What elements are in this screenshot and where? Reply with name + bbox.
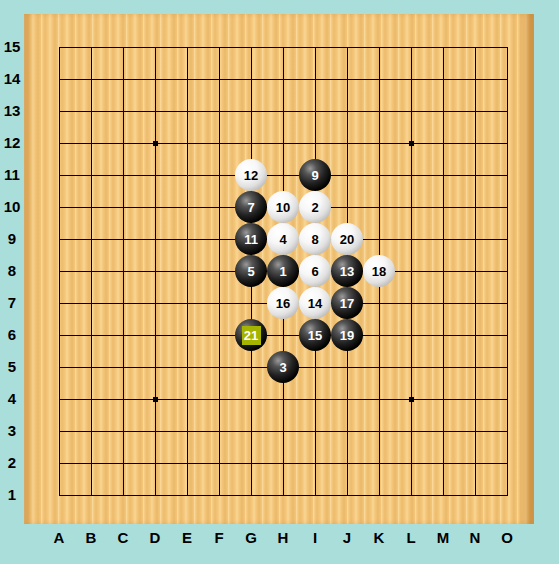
- intersection-A11[interactable]: [43, 159, 75, 191]
- intersection-L14[interactable]: [395, 63, 427, 95]
- intersection-N9[interactable]: [459, 223, 491, 255]
- intersection-A9[interactable]: [43, 223, 75, 255]
- page-background: 129710211482051613181614172115193 151413…: [0, 0, 559, 564]
- intersection-A5[interactable]: [43, 351, 75, 383]
- intersection-F13[interactable]: [203, 95, 235, 127]
- intersection-B1[interactable]: [75, 479, 107, 511]
- intersection-C5[interactable]: [107, 351, 139, 383]
- move-number: 7: [247, 200, 254, 215]
- intersection-F12[interactable]: [203, 127, 235, 159]
- intersection-E11[interactable]: [171, 159, 203, 191]
- intersection-K3[interactable]: [363, 415, 395, 447]
- column-label-O: O: [491, 528, 523, 548]
- intersection-I14[interactable]: [299, 63, 331, 95]
- intersection-H6[interactable]: [267, 319, 299, 351]
- intersection-I12[interactable]: [299, 127, 331, 159]
- intersection-A6[interactable]: [43, 319, 75, 351]
- intersection-K8[interactable]: 18: [363, 255, 395, 287]
- stone-black-move-21-last-move: 21: [235, 319, 267, 351]
- stone-black-move-15: 15: [299, 319, 331, 351]
- intersection-E9[interactable]: [171, 223, 203, 255]
- intersection-K15[interactable]: [363, 31, 395, 63]
- move-number: 1: [279, 264, 286, 279]
- intersection-F3[interactable]: [203, 415, 235, 447]
- intersection-O7[interactable]: [491, 287, 523, 319]
- intersection-K5[interactable]: [363, 351, 395, 383]
- intersection-J11[interactable]: [331, 159, 363, 191]
- intersection-G15[interactable]: [235, 31, 267, 63]
- intersection-I8[interactable]: 6: [299, 255, 331, 287]
- intersection-L3[interactable]: [395, 415, 427, 447]
- intersection-G7[interactable]: [235, 287, 267, 319]
- intersection-H11[interactable]: [267, 159, 299, 191]
- intersection-A1[interactable]: [43, 479, 75, 511]
- column-label-D: D: [139, 528, 171, 548]
- intersection-O2[interactable]: [491, 447, 523, 479]
- intersection-J14[interactable]: [331, 63, 363, 95]
- intersection-D11[interactable]: [139, 159, 171, 191]
- intersection-N13[interactable]: [459, 95, 491, 127]
- intersection-A15[interactable]: [43, 31, 75, 63]
- intersection-B6[interactable]: [75, 319, 107, 351]
- intersection-E15[interactable]: [171, 31, 203, 63]
- intersection-O8[interactable]: [491, 255, 523, 287]
- intersection-G12[interactable]: [235, 127, 267, 159]
- move-number: 2: [311, 200, 318, 215]
- intersection-M14[interactable]: [427, 63, 459, 95]
- intersection-D10[interactable]: [139, 191, 171, 223]
- star-point-L4: [409, 397, 414, 402]
- intersection-E6[interactable]: [171, 319, 203, 351]
- intersection-H9[interactable]: 4: [267, 223, 299, 255]
- intersection-M10[interactable]: [427, 191, 459, 223]
- intersection-A13[interactable]: [43, 95, 75, 127]
- intersection-N10[interactable]: [459, 191, 491, 223]
- intersection-C6[interactable]: [107, 319, 139, 351]
- intersection-O4[interactable]: [491, 383, 523, 415]
- intersection-K2[interactable]: [363, 447, 395, 479]
- intersection-B5[interactable]: [75, 351, 107, 383]
- intersection-L2[interactable]: [395, 447, 427, 479]
- intersection-G6[interactable]: 21: [235, 319, 267, 351]
- intersection-J3[interactable]: [331, 415, 363, 447]
- intersection-M7[interactable]: [427, 287, 459, 319]
- intersection-L5[interactable]: [395, 351, 427, 383]
- intersection-E3[interactable]: [171, 415, 203, 447]
- intersection-J12[interactable]: [331, 127, 363, 159]
- intersection-C8[interactable]: [107, 255, 139, 287]
- intersection-K6[interactable]: [363, 319, 395, 351]
- stone-black-move-19: 19: [331, 319, 363, 351]
- star-point-L12: [409, 141, 414, 146]
- intersection-H15[interactable]: [267, 31, 299, 63]
- move-number: 17: [340, 296, 354, 311]
- intersection-N8[interactable]: [459, 255, 491, 287]
- intersection-A4[interactable]: [43, 383, 75, 415]
- intersection-I5[interactable]: [299, 351, 331, 383]
- intersection-M5[interactable]: [427, 351, 459, 383]
- intersection-M9[interactable]: [427, 223, 459, 255]
- column-label-F: F: [203, 528, 235, 548]
- intersection-I11[interactable]: 9: [299, 159, 331, 191]
- intersection-K9[interactable]: [363, 223, 395, 255]
- intersection-J1[interactable]: [331, 479, 363, 511]
- stone-black-move-5: 5: [235, 255, 267, 287]
- intersection-M15[interactable]: [427, 31, 459, 63]
- row-label-10: 10: [0, 191, 24, 223]
- intersection-M1[interactable]: [427, 479, 459, 511]
- stone-white-move-12: 12: [235, 159, 267, 191]
- intersection-L8[interactable]: [395, 255, 427, 287]
- intersection-K11[interactable]: [363, 159, 395, 191]
- row-label-7: 7: [0, 287, 24, 319]
- intersection-D1[interactable]: [139, 479, 171, 511]
- intersection-A2[interactable]: [43, 447, 75, 479]
- intersection-F8[interactable]: [203, 255, 235, 287]
- move-number: 10: [276, 200, 290, 215]
- intersection-K10[interactable]: [363, 191, 395, 223]
- move-number: 14: [308, 296, 322, 311]
- intersection-L15[interactable]: [395, 31, 427, 63]
- intersection-J2[interactable]: [331, 447, 363, 479]
- intersection-M8[interactable]: [427, 255, 459, 287]
- intersection-E7[interactable]: [171, 287, 203, 319]
- intersection-G9[interactable]: 11: [235, 223, 267, 255]
- intersection-J9[interactable]: 20: [331, 223, 363, 255]
- intersection-L9[interactable]: [395, 223, 427, 255]
- intersection-F6[interactable]: [203, 319, 235, 351]
- intersection-A12[interactable]: [43, 127, 75, 159]
- intersection-D15[interactable]: [139, 31, 171, 63]
- intersection-I1[interactable]: [299, 479, 331, 511]
- intersection-B13[interactable]: [75, 95, 107, 127]
- intersection-H2[interactable]: [267, 447, 299, 479]
- intersection-C10[interactable]: [107, 191, 139, 223]
- intersection-D6[interactable]: [139, 319, 171, 351]
- intersection-G8[interactable]: 5: [235, 255, 267, 287]
- column-label-N: N: [459, 528, 491, 548]
- intersection-B15[interactable]: [75, 31, 107, 63]
- intersection-O3[interactable]: [491, 415, 523, 447]
- intersection-J10[interactable]: [331, 191, 363, 223]
- intersection-M2[interactable]: [427, 447, 459, 479]
- intersection-E1[interactable]: [171, 479, 203, 511]
- stone-black-move-13: 13: [331, 255, 363, 287]
- stone-white-move-20: 20: [331, 223, 363, 255]
- intersection-F2[interactable]: [203, 447, 235, 479]
- intersection-C4[interactable]: [107, 383, 139, 415]
- row-label-1: 1: [0, 479, 24, 511]
- stone-white-move-10: 10: [267, 191, 299, 223]
- row-label-11: 11: [0, 159, 24, 191]
- intersection-E8[interactable]: [171, 255, 203, 287]
- stone-white-move-2: 2: [299, 191, 331, 223]
- column-label-B: B: [75, 528, 107, 548]
- intersection-A8[interactable]: [43, 255, 75, 287]
- stone-black-move-1: 1: [267, 255, 299, 287]
- move-number: 8: [311, 232, 318, 247]
- intersection-L11[interactable]: [395, 159, 427, 191]
- intersection-G1[interactable]: [235, 479, 267, 511]
- intersection-O6[interactable]: [491, 319, 523, 351]
- go-board[interactable]: 129710211482051613181614172115193: [24, 14, 534, 524]
- intersection-N6[interactable]: [459, 319, 491, 351]
- row-label-12: 12: [0, 127, 24, 159]
- intersection-H7[interactable]: 16: [267, 287, 299, 319]
- intersection-I6[interactable]: 15: [299, 319, 331, 351]
- intersection-F10[interactable]: [203, 191, 235, 223]
- stone-black-move-3: 3: [267, 351, 299, 383]
- row-label-3: 3: [0, 415, 24, 447]
- move-number: 20: [340, 232, 354, 247]
- intersection-C13[interactable]: [107, 95, 139, 127]
- intersection-G10[interactable]: 7: [235, 191, 267, 223]
- intersection-J8[interactable]: 13: [331, 255, 363, 287]
- row-label-15: 15: [0, 31, 24, 63]
- intersection-B3[interactable]: [75, 415, 107, 447]
- intersection-I3[interactable]: [299, 415, 331, 447]
- intersection-M6[interactable]: [427, 319, 459, 351]
- intersection-H14[interactable]: [267, 63, 299, 95]
- move-number: 3: [279, 360, 286, 375]
- intersection-C3[interactable]: [107, 415, 139, 447]
- intersection-O9[interactable]: [491, 223, 523, 255]
- intersection-N3[interactable]: [459, 415, 491, 447]
- intersection-C9[interactable]: [107, 223, 139, 255]
- row-label-9: 9: [0, 223, 24, 255]
- move-number: 21: [242, 326, 261, 345]
- intersection-I10[interactable]: 2: [299, 191, 331, 223]
- stone-white-move-14: 14: [299, 287, 331, 319]
- intersection-F4[interactable]: [203, 383, 235, 415]
- stone-black-move-9: 9: [299, 159, 331, 191]
- row-label-8: 8: [0, 255, 24, 287]
- intersection-N7[interactable]: [459, 287, 491, 319]
- intersection-G3[interactable]: [235, 415, 267, 447]
- intersection-A3[interactable]: [43, 415, 75, 447]
- column-label-K: K: [363, 528, 395, 548]
- intersection-J15[interactable]: [331, 31, 363, 63]
- stone-black-move-7: 7: [235, 191, 267, 223]
- intersection-G14[interactable]: [235, 63, 267, 95]
- intersection-N11[interactable]: [459, 159, 491, 191]
- stone-white-move-18: 18: [363, 255, 395, 287]
- intersection-H1[interactable]: [267, 479, 299, 511]
- move-number: 9: [311, 168, 318, 183]
- intersection-L1[interactable]: [395, 479, 427, 511]
- star-point-D4: [153, 397, 158, 402]
- intersection-N12[interactable]: [459, 127, 491, 159]
- intersection-H8[interactable]: 1: [267, 255, 299, 287]
- move-number: 4: [279, 232, 286, 247]
- intersection-C15[interactable]: [107, 31, 139, 63]
- intersection-I7[interactable]: 14: [299, 287, 331, 319]
- intersection-H4[interactable]: [267, 383, 299, 415]
- intersection-M12[interactable]: [427, 127, 459, 159]
- intersection-B12[interactable]: [75, 127, 107, 159]
- intersection-G2[interactable]: [235, 447, 267, 479]
- intersection-H3[interactable]: [267, 415, 299, 447]
- intersection-D3[interactable]: [139, 415, 171, 447]
- intersection-F1[interactable]: [203, 479, 235, 511]
- column-label-J: J: [331, 528, 363, 548]
- intersection-F7[interactable]: [203, 287, 235, 319]
- intersection-F15[interactable]: [203, 31, 235, 63]
- intersection-L10[interactable]: [395, 191, 427, 223]
- intersection-M4[interactable]: [427, 383, 459, 415]
- intersection-D7[interactable]: [139, 287, 171, 319]
- intersection-J13[interactable]: [331, 95, 363, 127]
- intersection-J4[interactable]: [331, 383, 363, 415]
- row-label-13: 13: [0, 95, 24, 127]
- intersection-J7[interactable]: 17: [331, 287, 363, 319]
- column-label-I: I: [299, 528, 331, 548]
- intersection-L7[interactable]: [395, 287, 427, 319]
- intersection-N1[interactable]: [459, 479, 491, 511]
- intersection-N2[interactable]: [459, 447, 491, 479]
- column-label-C: C: [107, 528, 139, 548]
- column-label-G: G: [235, 528, 267, 548]
- move-number: 18: [372, 264, 386, 279]
- stone-black-move-17: 17: [331, 287, 363, 319]
- row-label-5: 5: [0, 351, 24, 383]
- intersection-C7[interactable]: [107, 287, 139, 319]
- intersection-E10[interactable]: [171, 191, 203, 223]
- column-label-E: E: [171, 528, 203, 548]
- intersection-J5[interactable]: [331, 351, 363, 383]
- intersection-I2[interactable]: [299, 447, 331, 479]
- intersection-B4[interactable]: [75, 383, 107, 415]
- move-number: 19: [340, 328, 354, 343]
- intersection-F5[interactable]: [203, 351, 235, 383]
- intersection-D13[interactable]: [139, 95, 171, 127]
- intersection-N15[interactable]: [459, 31, 491, 63]
- board-grid: 129710211482051613181614172115193: [43, 31, 523, 511]
- intersection-B9[interactable]: [75, 223, 107, 255]
- intersection-O10[interactable]: [491, 191, 523, 223]
- intersection-M13[interactable]: [427, 95, 459, 127]
- intersection-O13[interactable]: [491, 95, 523, 127]
- column-label-L: L: [395, 528, 427, 548]
- intersection-E13[interactable]: [171, 95, 203, 127]
- intersection-C11[interactable]: [107, 159, 139, 191]
- intersection-M11[interactable]: [427, 159, 459, 191]
- intersection-O1[interactable]: [491, 479, 523, 511]
- row-label-2: 2: [0, 447, 24, 479]
- intersection-C1[interactable]: [107, 479, 139, 511]
- intersection-A7[interactable]: [43, 287, 75, 319]
- intersection-I9[interactable]: 8: [299, 223, 331, 255]
- intersection-K12[interactable]: [363, 127, 395, 159]
- move-number: 15: [308, 328, 322, 343]
- intersection-H13[interactable]: [267, 95, 299, 127]
- star-point-D12: [153, 141, 158, 146]
- intersection-O15[interactable]: [491, 31, 523, 63]
- intersection-F14[interactable]: [203, 63, 235, 95]
- intersection-E4[interactable]: [171, 383, 203, 415]
- intersection-O11[interactable]: [491, 159, 523, 191]
- move-number: 6: [311, 264, 318, 279]
- intersection-D9[interactable]: [139, 223, 171, 255]
- intersection-F11[interactable]: [203, 159, 235, 191]
- intersection-E12[interactable]: [171, 127, 203, 159]
- intersection-D2[interactable]: [139, 447, 171, 479]
- intersection-K14[interactable]: [363, 63, 395, 95]
- move-number: 16: [276, 296, 290, 311]
- intersection-E2[interactable]: [171, 447, 203, 479]
- intersection-K1[interactable]: [363, 479, 395, 511]
- intersection-B8[interactable]: [75, 255, 107, 287]
- move-number: 5: [247, 264, 254, 279]
- intersection-K13[interactable]: [363, 95, 395, 127]
- intersection-L6[interactable]: [395, 319, 427, 351]
- intersection-I15[interactable]: [299, 31, 331, 63]
- intersection-C12[interactable]: [107, 127, 139, 159]
- intersection-H12[interactable]: [267, 127, 299, 159]
- stone-white-move-4: 4: [267, 223, 299, 255]
- intersection-J6[interactable]: 19: [331, 319, 363, 351]
- intersection-H5[interactable]: 3: [267, 351, 299, 383]
- intersection-E5[interactable]: [171, 351, 203, 383]
- intersection-K7[interactable]: [363, 287, 395, 319]
- intersection-O14[interactable]: [491, 63, 523, 95]
- intersection-D14[interactable]: [139, 63, 171, 95]
- move-number: 13: [340, 264, 354, 279]
- intersection-D8[interactable]: [139, 255, 171, 287]
- intersection-H10[interactable]: 10: [267, 191, 299, 223]
- intersection-A10[interactable]: [43, 191, 75, 223]
- intersection-O12[interactable]: [491, 127, 523, 159]
- intersection-M3[interactable]: [427, 415, 459, 447]
- column-label-M: M: [427, 528, 459, 548]
- stone-white-move-8: 8: [299, 223, 331, 255]
- stone-white-move-16: 16: [267, 287, 299, 319]
- intersection-C14[interactable]: [107, 63, 139, 95]
- intersection-N4[interactable]: [459, 383, 491, 415]
- intersection-B11[interactable]: [75, 159, 107, 191]
- intersection-D5[interactable]: [139, 351, 171, 383]
- intersection-B7[interactable]: [75, 287, 107, 319]
- intersection-A14[interactable]: [43, 63, 75, 95]
- intersection-B10[interactable]: [75, 191, 107, 223]
- intersection-G4[interactable]: [235, 383, 267, 415]
- intersection-I4[interactable]: [299, 383, 331, 415]
- column-label-H: H: [267, 528, 299, 548]
- intersection-G11[interactable]: 12: [235, 159, 267, 191]
- intersection-L13[interactable]: [395, 95, 427, 127]
- stone-black-move-11: 11: [235, 223, 267, 255]
- intersection-O5[interactable]: [491, 351, 523, 383]
- intersection-E14[interactable]: [171, 63, 203, 95]
- intersection-C2[interactable]: [107, 447, 139, 479]
- row-label-14: 14: [0, 63, 24, 95]
- intersection-F9[interactable]: [203, 223, 235, 255]
- intersection-B2[interactable]: [75, 447, 107, 479]
- row-label-4: 4: [0, 383, 24, 415]
- intersection-K4[interactable]: [363, 383, 395, 415]
- intersection-I13[interactable]: [299, 95, 331, 127]
- intersection-N14[interactable]: [459, 63, 491, 95]
- move-number: 11: [244, 232, 258, 247]
- intersection-B14[interactable]: [75, 63, 107, 95]
- intersection-G13[interactable]: [235, 95, 267, 127]
- row-label-6: 6: [0, 319, 24, 351]
- intersection-N5[interactable]: [459, 351, 491, 383]
- column-label-A: A: [43, 528, 75, 548]
- intersection-G5[interactable]: [235, 351, 267, 383]
- stone-white-move-6: 6: [299, 255, 331, 287]
- move-number: 12: [244, 168, 258, 183]
